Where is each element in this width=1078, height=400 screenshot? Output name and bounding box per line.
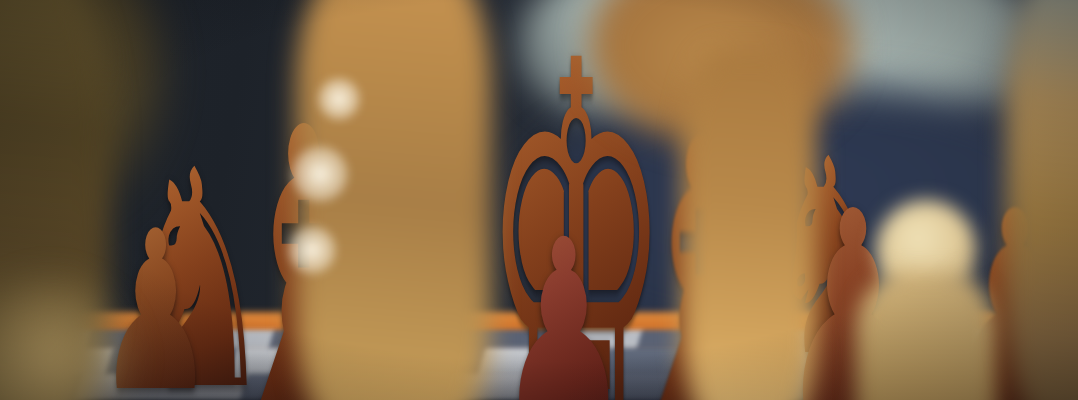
- light-pawn-right-body-blur: [856, 272, 996, 400]
- light-piece-far-right-blur: [1006, 0, 1078, 400]
- bokeh-highlight: [318, 78, 360, 120]
- bokeh-highlight: [292, 146, 348, 202]
- bokeh-highlight: [288, 226, 336, 274]
- chess-photo-scene: ♝ ♞ ♝ ♟ ♚ ♟ ♞ ♟ ♟: [0, 0, 1078, 400]
- dark-pawn-center-piece: ♟: [497, 208, 630, 400]
- light-piece-center-right-blur: [682, 50, 817, 400]
